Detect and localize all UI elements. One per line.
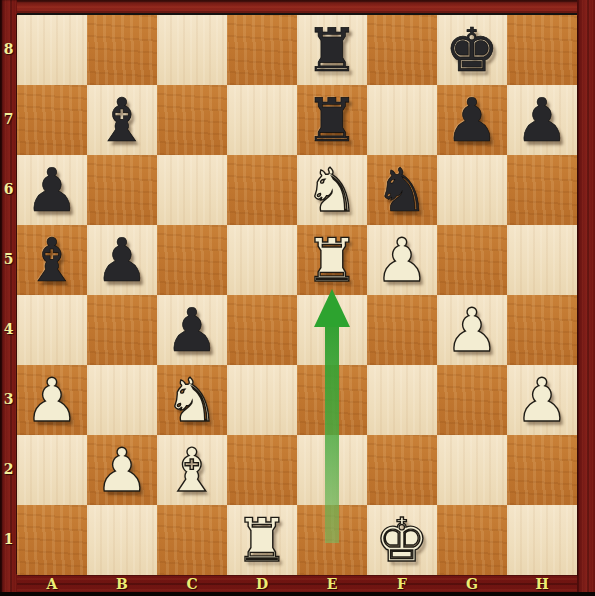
piece-white-pawn-g4[interactable]: ♟ xyxy=(437,295,507,365)
square-h4[interactable] xyxy=(507,295,577,365)
piece-white-rook-e5[interactable]: ♜ xyxy=(297,225,367,295)
square-g6[interactable] xyxy=(437,155,507,225)
file-label-d: D xyxy=(227,576,297,593)
piece-white-rook-d1[interactable]: ♜ xyxy=(227,505,297,575)
square-a1[interactable] xyxy=(17,505,87,575)
piece-black-pawn-a6[interactable]: ♟ xyxy=(17,155,87,225)
rank-label-5: 5 xyxy=(0,251,17,267)
square-h5[interactable] xyxy=(507,225,577,295)
piece-white-knight-e6[interactable]: ♞ xyxy=(297,155,367,225)
square-d5[interactable] xyxy=(227,225,297,295)
piece-black-king-g8[interactable]: ♚ xyxy=(437,15,507,85)
piece-black-rook-e7[interactable]: ♜ xyxy=(297,85,367,155)
square-c1[interactable] xyxy=(157,505,227,575)
square-b8[interactable] xyxy=(87,15,157,85)
file-label-c: C xyxy=(157,576,227,593)
square-h2[interactable] xyxy=(507,435,577,505)
square-f8[interactable] xyxy=(367,15,437,85)
square-d3[interactable] xyxy=(227,365,297,435)
piece-white-pawn-b2[interactable]: ♟ xyxy=(87,435,157,505)
file-label-e: E xyxy=(297,576,367,593)
rank-label-3: 3 xyxy=(0,391,17,407)
square-g3[interactable] xyxy=(437,365,507,435)
square-b5[interactable]: ♟ xyxy=(87,225,157,295)
rank-label-4: 4 xyxy=(0,321,17,337)
square-c8[interactable] xyxy=(157,15,227,85)
square-h7[interactable]: ♟ xyxy=(507,85,577,155)
board-frame-left xyxy=(0,0,17,596)
piece-black-pawn-h7[interactable]: ♟ xyxy=(507,85,577,155)
square-f1[interactable]: ♚ xyxy=(367,505,437,575)
rank-label-1: 1 xyxy=(0,531,17,547)
square-b7[interactable]: ♝ xyxy=(87,85,157,155)
square-a7[interactable] xyxy=(17,85,87,155)
square-f4[interactable] xyxy=(367,295,437,365)
rank-label-2: 2 xyxy=(0,461,17,477)
square-h1[interactable] xyxy=(507,505,577,575)
square-f3[interactable] xyxy=(367,365,437,435)
square-g5[interactable] xyxy=(437,225,507,295)
piece-white-bishop-c2[interactable]: ♝ xyxy=(157,435,227,505)
square-g8[interactable]: ♚ xyxy=(437,15,507,85)
square-c6[interactable] xyxy=(157,155,227,225)
square-d2[interactable] xyxy=(227,435,297,505)
file-label-b: B xyxy=(87,576,157,593)
move-arrow-shaft xyxy=(325,326,339,543)
chess-board[interactable]: ♜♚♝♜♟♟♟♞♞♝♟♜♟♟♟♟♞♟♟♝♜♚ xyxy=(17,15,577,575)
square-a6[interactable]: ♟ xyxy=(17,155,87,225)
piece-black-bishop-b7[interactable]: ♝ xyxy=(87,85,157,155)
piece-black-knight-f6[interactable]: ♞ xyxy=(367,155,437,225)
piece-black-pawn-g7[interactable]: ♟ xyxy=(437,85,507,155)
rank-label-6: 6 xyxy=(0,181,17,197)
square-d7[interactable] xyxy=(227,85,297,155)
chess-board-window: ♜♚♝♜♟♟♟♞♞♝♟♜♟♟♟♟♞♟♟♝♜♚ 87654321 ABCDEFGH xyxy=(0,0,595,596)
square-g2[interactable] xyxy=(437,435,507,505)
square-a3[interactable]: ♟ xyxy=(17,365,87,435)
square-e6[interactable]: ♞ xyxy=(297,155,367,225)
square-e5[interactable]: ♜ xyxy=(297,225,367,295)
square-c5[interactable] xyxy=(157,225,227,295)
move-arrow-head-icon xyxy=(314,289,350,327)
square-c2[interactable]: ♝ xyxy=(157,435,227,505)
square-g7[interactable]: ♟ xyxy=(437,85,507,155)
piece-black-pawn-c4[interactable]: ♟ xyxy=(157,295,227,365)
square-a4[interactable] xyxy=(17,295,87,365)
square-a5[interactable]: ♝ xyxy=(17,225,87,295)
rank-label-7: 7 xyxy=(0,111,17,127)
square-c7[interactable] xyxy=(157,85,227,155)
piece-white-pawn-h3[interactable]: ♟ xyxy=(507,365,577,435)
square-b2[interactable]: ♟ xyxy=(87,435,157,505)
rank-label-8: 8 xyxy=(0,41,17,57)
square-b6[interactable] xyxy=(87,155,157,225)
file-label-f: F xyxy=(367,576,437,593)
piece-white-knight-c3[interactable]: ♞ xyxy=(157,365,227,435)
square-a8[interactable] xyxy=(17,15,87,85)
square-d1[interactable]: ♜ xyxy=(227,505,297,575)
square-b3[interactable] xyxy=(87,365,157,435)
square-h8[interactable] xyxy=(507,15,577,85)
square-g1[interactable] xyxy=(437,505,507,575)
square-f5[interactable]: ♟ xyxy=(367,225,437,295)
file-label-g: G xyxy=(437,576,507,593)
piece-white-pawn-a3[interactable]: ♟ xyxy=(17,365,87,435)
square-d8[interactable] xyxy=(227,15,297,85)
square-c4[interactable]: ♟ xyxy=(157,295,227,365)
square-d6[interactable] xyxy=(227,155,297,225)
square-f7[interactable] xyxy=(367,85,437,155)
piece-black-pawn-b5[interactable]: ♟ xyxy=(87,225,157,295)
square-d4[interactable] xyxy=(227,295,297,365)
board-frame-right xyxy=(577,0,595,596)
square-h3[interactable]: ♟ xyxy=(507,365,577,435)
file-label-h: H xyxy=(507,576,577,593)
piece-white-king-f1[interactable]: ♚ xyxy=(367,505,437,575)
square-e7[interactable]: ♜ xyxy=(297,85,367,155)
board-top-edge-line xyxy=(17,13,577,15)
piece-white-pawn-f5[interactable]: ♟ xyxy=(367,225,437,295)
square-b4[interactable] xyxy=(87,295,157,365)
piece-black-rook-e8[interactable]: ♜ xyxy=(297,15,367,85)
square-b1[interactable] xyxy=(87,505,157,575)
square-h6[interactable] xyxy=(507,155,577,225)
square-a2[interactable] xyxy=(17,435,87,505)
square-g4[interactable]: ♟ xyxy=(437,295,507,365)
square-c3[interactable]: ♞ xyxy=(157,365,227,435)
file-label-a: A xyxy=(17,576,87,593)
square-f2[interactable] xyxy=(367,435,437,505)
square-f6[interactable]: ♞ xyxy=(367,155,437,225)
piece-black-bishop-a5[interactable]: ♝ xyxy=(17,225,87,295)
square-e8[interactable]: ♜ xyxy=(297,15,367,85)
window-bottom-edge xyxy=(0,592,595,596)
